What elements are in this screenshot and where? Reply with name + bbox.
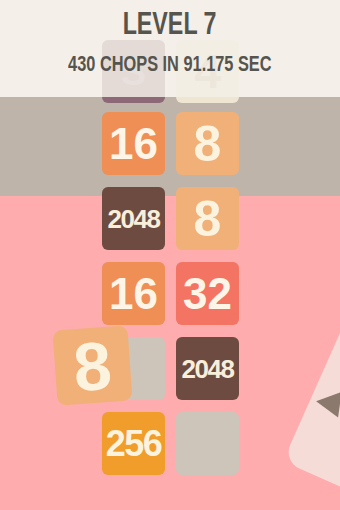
tile-16[interactable]: 16 (102, 112, 165, 175)
tile-8[interactable]: 8 (176, 112, 239, 175)
empty-cell (176, 412, 239, 475)
game-screen: S416820488163220482568 LEVEL 7 430 CHOPS… (0, 0, 340, 510)
tile-32[interactable]: 32 (176, 262, 239, 325)
level-goal: 430 CHOPS IN 91.175 SEC (0, 52, 340, 77)
tile-8[interactable]: 8 (176, 187, 239, 250)
level-title-text: LEVEL 7 (123, 6, 217, 42)
level-goal-text: 430 CHOPS IN 91.175 SEC (68, 52, 271, 77)
level-title: LEVEL 7 (0, 6, 340, 42)
tile-2048[interactable]: 2048 (102, 187, 165, 250)
tile-2048[interactable]: 2048 (176, 337, 239, 400)
sliding-tile-8[interactable]: 8 (52, 325, 132, 405)
tile-256[interactable]: 256 (102, 412, 165, 475)
tile-16[interactable]: 16 (102, 262, 165, 325)
